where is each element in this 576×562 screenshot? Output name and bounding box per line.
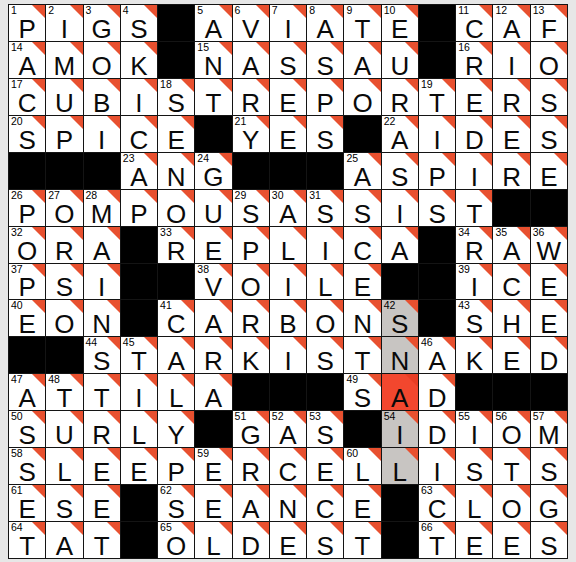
clue-number: 65 <box>160 522 172 533</box>
cell-r4c15[interactable]: S <box>531 116 567 152</box>
cell-letter: S <box>307 53 343 78</box>
cell-r3c10[interactable]: O <box>344 79 380 115</box>
cell-letter: S <box>9 459 45 484</box>
black-cell-r5c1 <box>9 153 45 189</box>
cell-r7c8[interactable]: L <box>270 227 306 263</box>
cell-r11c4[interactable]: I <box>121 374 157 410</box>
cell-r5c4[interactable]: 23A <box>121 153 157 189</box>
cell-r1c4[interactable]: 4S <box>121 5 157 41</box>
clue-number: 23 <box>123 153 135 164</box>
cell-r1c13[interactable]: 11C <box>456 5 492 41</box>
cell-r1c1[interactable]: 1P <box>9 5 45 41</box>
black-cell-r10c1 <box>9 337 45 373</box>
cell-r14c3[interactable]: E <box>84 485 120 521</box>
cell-r11c11[interactable]: A <box>382 374 418 410</box>
cell-r6c9[interactable]: 31S <box>307 190 343 226</box>
cell-r11c3[interactable]: T <box>84 374 120 410</box>
cell-letter: M <box>84 201 120 226</box>
black-cell-r5c9 <box>307 153 343 189</box>
cell-r15c2[interactable]: A <box>46 522 82 558</box>
cell-r3c7[interactable]: R <box>233 79 269 115</box>
cell-letter: I <box>493 53 529 78</box>
cell-letter: A <box>382 385 418 410</box>
cell-r6c8[interactable]: 30A <box>270 190 306 226</box>
cell-letter: T <box>493 459 529 484</box>
cell-letter: S <box>531 533 567 558</box>
cell-r13c4[interactable]: E <box>121 448 157 484</box>
cell-r14c10[interactable]: E <box>344 485 380 521</box>
clue-number: 45 <box>123 337 135 348</box>
cell-r5c14[interactable]: R <box>493 153 529 189</box>
cell-letter: C <box>158 311 194 336</box>
clue-number: 22 <box>384 116 396 127</box>
cell-r8c14[interactable]: C <box>493 264 529 300</box>
black-cell-r11c7 <box>233 374 269 410</box>
cell-r12c15[interactable]: 57M <box>531 411 567 447</box>
cell-r8c15[interactable]: E <box>531 264 567 300</box>
cell-r8c9[interactable]: L <box>307 264 343 300</box>
cell-letter: E <box>9 496 45 521</box>
black-cell-r8c5 <box>158 264 194 300</box>
cell-r4c2[interactable]: P <box>46 116 82 152</box>
clue-number: 15 <box>197 42 209 53</box>
cell-r5c10[interactable]: 25A <box>344 153 380 189</box>
cell-r1c3[interactable]: 3G <box>84 5 120 41</box>
cell-r3c6[interactable]: T <box>195 79 231 115</box>
cell-r6c3[interactable]: 28M <box>84 190 120 226</box>
cell-r12c8[interactable]: 52A <box>270 411 306 447</box>
cell-r6c11[interactable]: I <box>382 190 418 226</box>
cell-r1c2[interactable]: 2I <box>46 5 82 41</box>
cell-r7c15[interactable]: 36W <box>531 227 567 263</box>
cell-letter: E <box>307 459 343 484</box>
cell-r6c1[interactable]: 26P <box>9 190 45 226</box>
cell-letter: E <box>195 238 231 263</box>
cell-r13c5[interactable]: P <box>158 448 194 484</box>
cell-letter: K <box>456 348 492 373</box>
cell-letter: P <box>233 238 269 263</box>
cell-r1c11[interactable]: 10E <box>382 5 418 41</box>
cell-r9c6[interactable]: A <box>195 300 231 336</box>
clue-number: 49 <box>346 374 358 385</box>
cell-r7c14[interactable]: 35A <box>493 227 529 263</box>
cell-r3c1[interactable]: 17C <box>9 79 45 115</box>
cell-letter: A <box>121 164 157 189</box>
cell-r2c3[interactable]: O <box>84 42 120 78</box>
cell-r15c3[interactable]: T <box>84 522 120 558</box>
cell-r15c8[interactable]: E <box>270 522 306 558</box>
clue-number: 10 <box>384 5 396 16</box>
clue-number: 58 <box>11 448 23 459</box>
cell-r10c6[interactable]: R <box>195 337 231 373</box>
cell-r15c5[interactable]: 65O <box>158 522 194 558</box>
cell-r7c1[interactable]: 32O <box>9 227 45 263</box>
black-cell-r8c4 <box>121 264 157 300</box>
cell-r7c6[interactable]: E <box>195 227 231 263</box>
cell-r2c8[interactable]: S <box>270 42 306 78</box>
cell-r11c5[interactable]: L <box>158 374 194 410</box>
cell-r1c10[interactable]: 9T <box>344 5 380 41</box>
cell-r13c13[interactable]: S <box>456 448 492 484</box>
cell-r10c8[interactable]: I <box>270 337 306 373</box>
cell-r4c5[interactable]: E <box>158 116 194 152</box>
cell-r11c1[interactable]: 47A <box>9 374 45 410</box>
cell-letter: T <box>84 533 120 558</box>
cell-r1c15[interactable]: 13F <box>531 5 567 41</box>
cell-r4c14[interactable]: E <box>493 116 529 152</box>
cell-r7c3[interactable]: A <box>84 227 120 263</box>
cell-r14c15[interactable]: G <box>531 485 567 521</box>
clue-number: 51 <box>235 411 247 422</box>
cell-r8c2[interactable]: S <box>46 264 82 300</box>
cell-letter: R <box>382 90 418 115</box>
cell-letter: R <box>46 238 82 263</box>
cell-r12c1[interactable]: 50S <box>9 411 45 447</box>
cell-r3c8[interactable]: E <box>270 79 306 115</box>
cell-letter: N <box>344 311 380 336</box>
cell-r2c9[interactable]: S <box>307 42 343 78</box>
cell-r15c14[interactable]: E <box>493 522 529 558</box>
cell-r13c1[interactable]: 58S <box>9 448 45 484</box>
cell-r15c1[interactable]: 64T <box>9 522 45 558</box>
cell-letter: C <box>344 238 380 263</box>
cell-r2c15[interactable]: O <box>531 42 567 78</box>
cell-r3c11[interactable]: R <box>382 79 418 115</box>
cell-r13c2[interactable]: L <box>46 448 82 484</box>
cell-letter: E <box>344 496 380 521</box>
cell-r15c9[interactable]: S <box>307 522 343 558</box>
cell-r13c10[interactable]: 60L <box>344 448 380 484</box>
cell-r1c9[interactable]: 8A <box>307 5 343 41</box>
cell-letter: I <box>382 201 418 226</box>
cell-r2c6[interactable]: 15N <box>195 42 231 78</box>
black-cell-r14c11 <box>382 485 418 521</box>
cell-letter: L <box>158 385 194 410</box>
cell-r13c15[interactable]: S <box>531 448 567 484</box>
cell-r8c10[interactable]: E <box>344 264 380 300</box>
cell-r2c13[interactable]: 16R <box>456 42 492 78</box>
cell-letter: I <box>382 422 418 447</box>
cell-letter: I <box>456 274 492 299</box>
cell-r14c8[interactable]: N <box>270 485 306 521</box>
cell-letter: O <box>307 311 343 336</box>
cell-r13c8[interactable]: C <box>270 448 306 484</box>
cell-letter: S <box>307 348 343 373</box>
cell-r3c5[interactable]: 18S <box>158 79 194 115</box>
cell-r6c7[interactable]: 29S <box>233 190 269 226</box>
cell-letter: A <box>233 53 269 78</box>
cell-r2c10[interactable]: A <box>344 42 380 78</box>
cell-r1c7[interactable]: 6V <box>233 5 269 41</box>
black-cell-r8c11 <box>382 264 418 300</box>
clue-number: 11 <box>458 5 469 16</box>
cell-letter: E <box>195 496 231 521</box>
cell-r14c1[interactable]: 61E <box>9 485 45 521</box>
cell-r12c14[interactable]: 56O <box>493 411 529 447</box>
cell-r4c13[interactable]: D <box>456 116 492 152</box>
cell-r13c11[interactable]: L <box>382 448 418 484</box>
cell-r10c12[interactable]: 46A <box>419 337 455 373</box>
cell-r10c4[interactable]: 45T <box>121 337 157 373</box>
cell-r5c15[interactable]: E <box>531 153 567 189</box>
cell-r6c6[interactable]: U <box>195 190 231 226</box>
cell-letter: A <box>9 385 45 410</box>
cell-r9c10[interactable]: N <box>344 300 380 336</box>
clue-number: 8 <box>309 5 315 16</box>
cell-r12c2[interactable]: U <box>46 411 82 447</box>
black-cell-r5c3 <box>84 153 120 189</box>
cell-letter: A <box>270 422 306 447</box>
cell-letter: S <box>46 496 82 521</box>
black-cell-r11c13 <box>456 374 492 410</box>
cell-letter: T <box>84 385 120 410</box>
cell-r2c14[interactable]: I <box>493 42 529 78</box>
clue-number: 29 <box>235 190 247 201</box>
cell-letter: Y <box>233 127 269 152</box>
cell-r10c7[interactable]: K <box>233 337 269 373</box>
cell-r14c5[interactable]: 62S <box>158 485 194 521</box>
clue-number: 32 <box>11 227 23 238</box>
cell-r9c1[interactable]: 40E <box>9 300 45 336</box>
cell-letter: O <box>158 533 194 558</box>
cell-r12c13[interactable]: 55I <box>456 411 492 447</box>
cell-r4c12[interactable]: I <box>419 116 455 152</box>
cell-r7c11[interactable]: A <box>382 227 418 263</box>
cell-r4c11[interactable]: 22A <box>382 116 418 152</box>
cell-r13c12[interactable]: I <box>419 448 455 484</box>
cell-r9c8[interactable]: B <box>270 300 306 336</box>
cell-letter: S <box>9 422 45 447</box>
cell-r3c3[interactable]: B <box>84 79 120 115</box>
black-cell-r12c10 <box>344 411 380 447</box>
cell-r13c3[interactable]: E <box>84 448 120 484</box>
cell-r9c11[interactable]: 42S <box>382 300 418 336</box>
cell-r4c8[interactable]: E <box>270 116 306 152</box>
cell-letter: P <box>46 127 82 152</box>
cell-r9c14[interactable]: H <box>493 300 529 336</box>
cell-r12c4[interactable]: L <box>121 411 157 447</box>
cell-r10c9[interactable]: S <box>307 337 343 373</box>
clue-number: 28 <box>86 190 98 201</box>
cell-r7c5[interactable]: 33R <box>158 227 194 263</box>
cell-r7c9[interactable]: I <box>307 227 343 263</box>
clue-number: 30 <box>272 190 284 201</box>
cell-r10c14[interactable]: E <box>493 337 529 373</box>
cell-letter: S <box>344 385 380 410</box>
cell-letter: C <box>493 274 529 299</box>
cell-letter: T <box>195 90 231 115</box>
cell-r10c11[interactable]: N <box>382 337 418 373</box>
black-cell-r14c4 <box>121 485 157 521</box>
cell-r2c11[interactable]: U <box>382 42 418 78</box>
cell-r8c6[interactable]: 38V <box>195 264 231 300</box>
cell-letter: P <box>419 164 455 189</box>
cell-letter: S <box>382 164 418 189</box>
cell-r13c14[interactable]: T <box>493 448 529 484</box>
cell-letter: A <box>419 348 455 373</box>
black-cell-r11c8 <box>270 374 306 410</box>
cell-letter: V <box>233 16 269 41</box>
cell-letter: M <box>531 422 567 447</box>
clue-number: 47 <box>11 374 23 385</box>
cell-r3c9[interactable]: P <box>307 79 343 115</box>
cell-r6c2[interactable]: 27O <box>46 190 82 226</box>
cell-letter: G <box>233 422 269 447</box>
cell-letter: E <box>493 348 529 373</box>
cell-r15c10[interactable]: T <box>344 522 380 558</box>
cell-letter: S <box>419 201 455 226</box>
cell-r14c12[interactable]: 63C <box>419 485 455 521</box>
cell-r4c7[interactable]: 21Y <box>233 116 269 152</box>
cell-r15c12[interactable]: 66T <box>419 522 455 558</box>
clue-number: 54 <box>384 411 396 422</box>
clue-number: 27 <box>48 190 60 201</box>
cell-r8c8[interactable]: I <box>270 264 306 300</box>
cell-r3c15[interactable]: S <box>531 79 567 115</box>
cell-r11c10[interactable]: 49S <box>344 374 380 410</box>
cell-letter: T <box>344 16 380 41</box>
cell-letter: E <box>270 90 306 115</box>
cell-r8c3[interactable]: I <box>84 264 120 300</box>
cell-letter: O <box>158 201 194 226</box>
cell-r9c7[interactable]: R <box>233 300 269 336</box>
cell-letter: U <box>46 90 82 115</box>
cell-letter: C <box>419 496 455 521</box>
cell-r9c9[interactable]: O <box>307 300 343 336</box>
cell-r14c2[interactable]: S <box>46 485 82 521</box>
cell-r2c2[interactable]: M <box>46 42 82 78</box>
cell-r4c1[interactable]: 20S <box>9 116 45 152</box>
cell-r12c5[interactable]: Y <box>158 411 194 447</box>
cell-r1c14[interactable]: 12A <box>493 5 529 41</box>
cell-r9c5[interactable]: 41C <box>158 300 194 336</box>
cell-r4c3[interactable]: I <box>84 116 120 152</box>
cell-letter: T <box>121 348 157 373</box>
cell-r6c4[interactable]: P <box>121 190 157 226</box>
clue-number: 56 <box>495 411 507 422</box>
cell-r11c6[interactable]: A <box>195 374 231 410</box>
black-cell-r7c12 <box>419 227 455 263</box>
cell-r8c1[interactable]: 37P <box>9 264 45 300</box>
cell-r5c6[interactable]: 24G <box>195 153 231 189</box>
cell-r13c9[interactable]: E <box>307 448 343 484</box>
cell-r13c7[interactable]: R <box>233 448 269 484</box>
cell-r9c15[interactable]: E <box>531 300 567 336</box>
cell-r6c12[interactable]: S <box>419 190 455 226</box>
cell-r10c3[interactable]: 44S <box>84 337 120 373</box>
cell-r10c10[interactable]: T <box>344 337 380 373</box>
cell-letter: C <box>9 90 45 115</box>
cell-r15c6[interactable]: L <box>195 522 231 558</box>
cell-r10c5[interactable]: A <box>158 337 194 373</box>
cell-r12c9[interactable]: 53S <box>307 411 343 447</box>
cell-r5c11[interactable]: S <box>382 153 418 189</box>
cell-r4c4[interactable]: C <box>121 116 157 152</box>
cell-r15c13[interactable]: E <box>456 522 492 558</box>
cell-r6c10[interactable]: S <box>344 190 380 226</box>
cell-r6c5[interactable]: O <box>158 190 194 226</box>
cell-r14c6[interactable]: E <box>195 485 231 521</box>
cell-letter: O <box>493 496 529 521</box>
clue-number: 55 <box>458 411 470 422</box>
cell-letter: O <box>46 311 82 336</box>
cell-r11c12[interactable]: D <box>419 374 455 410</box>
cell-r1c6[interactable]: 5A <box>195 5 231 41</box>
cell-letter: D <box>456 127 492 152</box>
cell-r10c13[interactable]: K <box>456 337 492 373</box>
cell-r8c7[interactable]: O <box>233 264 269 300</box>
cell-letter: S <box>158 90 194 115</box>
cell-r3c4[interactable]: I <box>121 79 157 115</box>
cell-r12c3[interactable]: R <box>84 411 120 447</box>
cell-r15c7[interactable]: D <box>233 522 269 558</box>
clue-number: 35 <box>495 227 507 238</box>
cell-r7c13[interactable]: 34R <box>456 227 492 263</box>
cell-r11c2[interactable]: 48T <box>46 374 82 410</box>
cell-letter: S <box>307 533 343 558</box>
cell-r12c12[interactable]: D <box>419 411 455 447</box>
cell-r3c12[interactable]: 19T <box>419 79 455 115</box>
cell-r5c12[interactable]: P <box>419 153 455 189</box>
cell-r14c7[interactable]: A <box>233 485 269 521</box>
cell-letter: Y <box>158 422 194 447</box>
cell-letter: T <box>456 201 492 226</box>
clue-number: 40 <box>11 300 23 311</box>
cell-letter: I <box>46 16 82 41</box>
cell-letter: I <box>419 127 455 152</box>
cell-r9c3[interactable]: N <box>84 300 120 336</box>
cell-r2c4[interactable]: K <box>121 42 157 78</box>
cell-letter: T <box>344 533 380 558</box>
cell-r3c2[interactable]: U <box>46 79 82 115</box>
cell-r14c14[interactable]: O <box>493 485 529 521</box>
cell-letter: E <box>344 274 380 299</box>
cell-r12c7[interactable]: 51G <box>233 411 269 447</box>
cell-r7c7[interactable]: P <box>233 227 269 263</box>
cell-r14c9[interactable]: C <box>307 485 343 521</box>
cell-r6c13[interactable]: T <box>456 190 492 226</box>
cell-letter: D <box>233 533 269 558</box>
cell-letter: E <box>456 90 492 115</box>
cell-r12c11[interactable]: 54I <box>382 411 418 447</box>
clue-number: 42 <box>384 300 396 311</box>
cell-r9c2[interactable]: O <box>46 300 82 336</box>
cell-letter: T <box>419 533 455 558</box>
cell-r5c13[interactable]: I <box>456 153 492 189</box>
black-cell-r11c15 <box>531 374 567 410</box>
cell-r7c2[interactable]: R <box>46 227 82 263</box>
cell-letter: M <box>46 53 82 78</box>
cell-r14c13[interactable]: L <box>456 485 492 521</box>
cell-r7c10[interactable]: C <box>344 227 380 263</box>
cell-r3c14[interactable]: R <box>493 79 529 115</box>
cell-letter: A <box>382 127 418 152</box>
cell-r13c6[interactable]: 59E <box>195 448 231 484</box>
cell-r1c8[interactable]: 7I <box>270 5 306 41</box>
cell-letter: S <box>531 459 567 484</box>
cell-r15c15[interactable]: S <box>531 522 567 558</box>
cell-r2c1[interactable]: 14A <box>9 42 45 78</box>
cell-letter: S <box>344 201 380 226</box>
cell-r8c13[interactable]: 39I <box>456 264 492 300</box>
cell-r5c5[interactable]: N <box>158 153 194 189</box>
cell-r3c13[interactable]: E <box>456 79 492 115</box>
cell-r10c15[interactable]: D <box>531 337 567 373</box>
cell-r2c7[interactable]: A <box>233 42 269 78</box>
cell-letter: S <box>46 274 82 299</box>
cell-r9c13[interactable]: 43S <box>456 300 492 336</box>
cell-r4c9[interactable]: S <box>307 116 343 152</box>
